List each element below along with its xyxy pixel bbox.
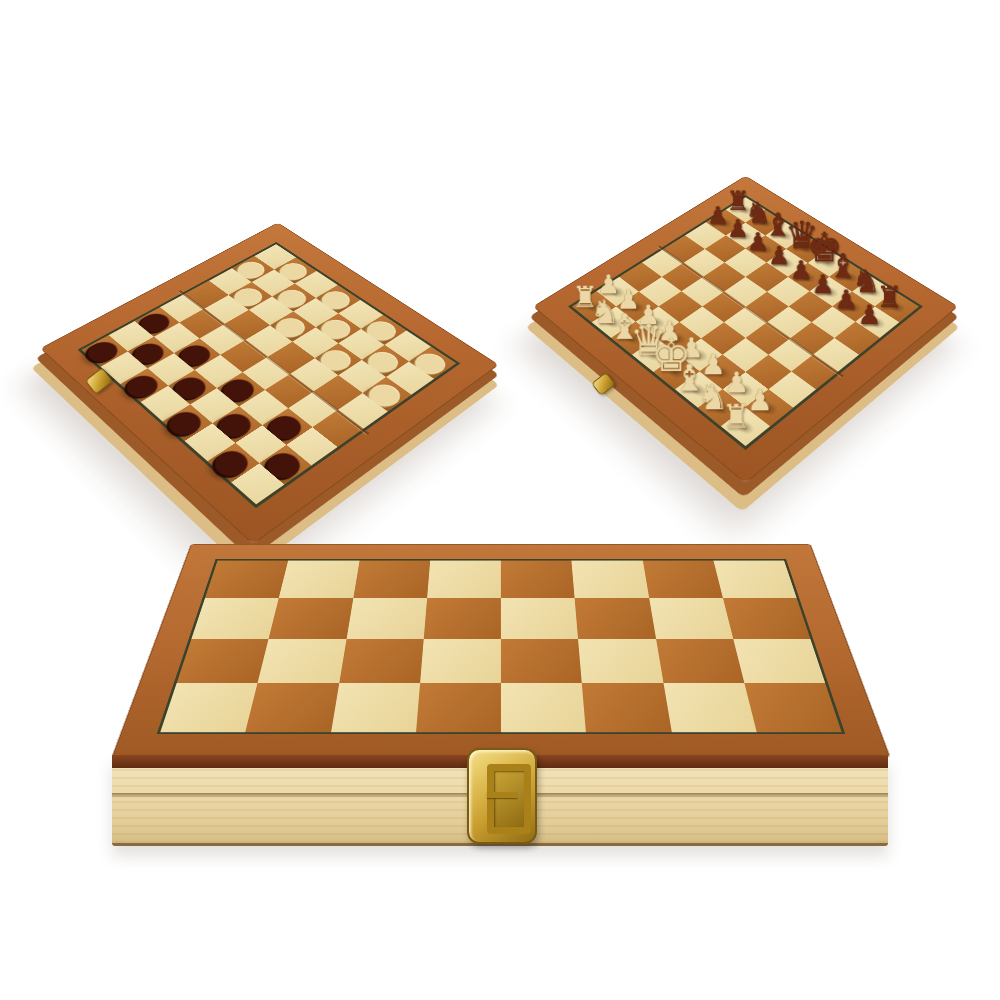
box-lid-square <box>205 561 288 598</box>
piece-shadow <box>582 299 604 315</box>
chess-piece-light-rook: ♜ <box>569 283 600 312</box>
piece-shadow <box>797 270 819 285</box>
box-lid-square <box>649 598 733 639</box>
piece-shadow <box>817 256 839 271</box>
box-lid-square <box>744 683 842 732</box>
box-lid <box>112 544 890 757</box>
box-lid-square <box>258 639 346 684</box>
box-lid-square <box>501 639 582 684</box>
piece-shadow <box>885 299 908 315</box>
piece-shadow <box>734 229 755 243</box>
box-lid-square <box>353 561 430 598</box>
box-lid-square <box>245 683 338 732</box>
latch-hasp-bar <box>487 792 517 798</box>
box-lid-square <box>501 561 575 598</box>
box-lid-square <box>192 598 280 639</box>
box-lid-square <box>642 561 722 598</box>
box-lid-square <box>177 639 269 684</box>
box-lid-square <box>269 598 353 639</box>
piece-shadow <box>602 314 625 331</box>
piece-shadow <box>755 242 776 256</box>
box-lid-square <box>501 683 586 732</box>
piece-shadow <box>775 229 796 243</box>
piece-shadow <box>862 284 885 300</box>
box-lid-square <box>420 639 501 684</box>
box-lid-square <box>713 561 796 598</box>
box-lid-square <box>575 598 656 639</box>
box-lid-square <box>723 598 811 639</box>
box-lid-square <box>160 683 257 732</box>
box-lid-square <box>582 683 671 732</box>
box-lid-square <box>733 639 825 684</box>
piece-shadow <box>606 284 628 300</box>
box-lid-square <box>572 561 649 598</box>
box-lid-square <box>339 639 424 684</box>
box-lid-square <box>663 683 756 732</box>
piece-shadow <box>839 270 861 285</box>
piece-shadow <box>735 203 756 216</box>
piece-shadow <box>865 314 888 331</box>
box-lid-square <box>331 683 420 732</box>
chess-square <box>724 277 767 307</box>
piece-shadow <box>715 216 736 229</box>
box-lid-square <box>279 561 359 598</box>
chess-square: ♜ <box>572 291 615 322</box>
box-lid-square <box>578 639 663 684</box>
piece-shadow <box>754 216 775 229</box>
latch-hasp <box>487 764 531 834</box>
piece-shadow <box>775 256 797 271</box>
piece-shadow <box>819 284 842 300</box>
product-photo-stage: ●●●●●●●●●●●●●●●●●●●●●●●● ♜♞♝♛♚♝♞♜♟♟♟♟♟♟♟… <box>0 0 1000 1000</box>
box-lid-square <box>346 598 427 639</box>
piece-shadow <box>842 299 865 315</box>
box-lid-grid <box>160 561 841 733</box>
piece-shadow <box>625 299 647 315</box>
box-lid-square <box>656 639 745 684</box>
brass-latch-icon <box>467 748 537 844</box>
piece-shadow <box>646 314 669 331</box>
box-lid-square <box>416 683 501 732</box>
box-lid-square <box>427 561 501 598</box>
box-lid-playing-area <box>157 559 846 734</box>
closed-box-view <box>112 334 888 843</box>
box-lid-square <box>501 598 578 639</box>
box-lid-square <box>424 598 501 639</box>
piece-shadow <box>795 242 817 256</box>
